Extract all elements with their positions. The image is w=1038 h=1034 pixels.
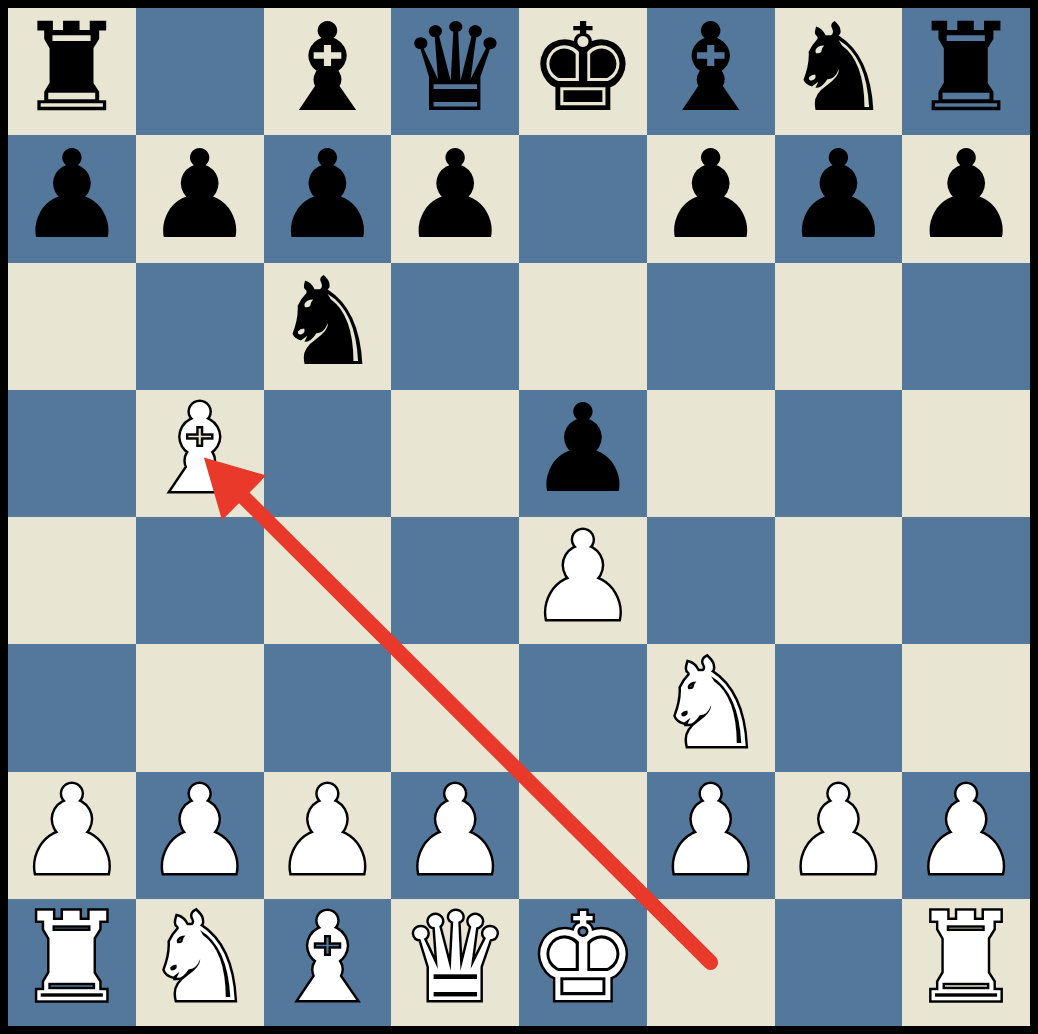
black-knight[interactable]: ♞ bbox=[784, 8, 893, 129]
square-h3[interactable] bbox=[902, 644, 1030, 771]
square-c3[interactable] bbox=[264, 644, 392, 771]
square-f3[interactable]: ♞ bbox=[647, 644, 775, 771]
square-f7[interactable]: ♟ bbox=[647, 135, 775, 262]
square-g3[interactable] bbox=[775, 644, 903, 771]
square-a7[interactable]: ♟ bbox=[8, 135, 136, 262]
black-pawn[interactable]: ♟ bbox=[656, 135, 765, 256]
black-pawn[interactable]: ♟ bbox=[400, 135, 509, 256]
square-h6[interactable] bbox=[902, 263, 1030, 390]
square-g5[interactable] bbox=[775, 390, 903, 517]
board-frame: ♜♝♛♚♝♞♜♟♟♟♟♟♟♟♞♝♟♟♞♟♟♟♟♟♟♟♜♞♝♛♚♜ bbox=[0, 0, 1038, 1034]
square-d5[interactable] bbox=[391, 390, 519, 517]
white-knight[interactable]: ♞ bbox=[145, 899, 254, 1020]
black-pawn[interactable]: ♟ bbox=[528, 390, 637, 511]
square-b3[interactable] bbox=[136, 644, 264, 771]
square-d6[interactable] bbox=[391, 263, 519, 390]
square-g2[interactable]: ♟ bbox=[775, 772, 903, 899]
square-c1[interactable]: ♝ bbox=[264, 899, 392, 1026]
white-pawn[interactable]: ♟ bbox=[400, 772, 509, 893]
white-pawn[interactable]: ♟ bbox=[911, 772, 1020, 893]
square-g6[interactable] bbox=[775, 263, 903, 390]
black-rook[interactable]: ♜ bbox=[17, 8, 126, 129]
square-e3[interactable] bbox=[519, 644, 647, 771]
white-rook[interactable]: ♜ bbox=[17, 899, 126, 1020]
square-f1[interactable] bbox=[647, 899, 775, 1026]
black-bishop[interactable]: ♝ bbox=[656, 8, 765, 129]
square-a1[interactable]: ♜ bbox=[8, 899, 136, 1026]
black-pawn[interactable]: ♟ bbox=[145, 135, 254, 256]
square-c8[interactable]: ♝ bbox=[264, 8, 392, 135]
square-h4[interactable] bbox=[902, 517, 1030, 644]
black-king[interactable]: ♚ bbox=[528, 8, 637, 129]
square-d1[interactable]: ♛ bbox=[391, 899, 519, 1026]
square-a8[interactable]: ♜ bbox=[8, 8, 136, 135]
square-b1[interactable]: ♞ bbox=[136, 899, 264, 1026]
square-c7[interactable]: ♟ bbox=[264, 135, 392, 262]
white-knight[interactable]: ♞ bbox=[656, 644, 765, 765]
square-e4[interactable]: ♟ bbox=[519, 517, 647, 644]
square-e5[interactable]: ♟ bbox=[519, 390, 647, 517]
white-pawn[interactable]: ♟ bbox=[17, 772, 126, 893]
square-f4[interactable] bbox=[647, 517, 775, 644]
black-queen[interactable]: ♛ bbox=[400, 8, 509, 129]
square-f5[interactable] bbox=[647, 390, 775, 517]
white-pawn[interactable]: ♟ bbox=[273, 772, 382, 893]
square-d8[interactable]: ♛ bbox=[391, 8, 519, 135]
black-rook[interactable]: ♜ bbox=[911, 8, 1020, 129]
square-e6[interactable] bbox=[519, 263, 647, 390]
square-c2[interactable]: ♟ bbox=[264, 772, 392, 899]
square-g1[interactable] bbox=[775, 899, 903, 1026]
square-g8[interactable]: ♞ bbox=[775, 8, 903, 135]
square-a6[interactable] bbox=[8, 263, 136, 390]
square-e7[interactable] bbox=[519, 135, 647, 262]
square-b4[interactable] bbox=[136, 517, 264, 644]
square-d4[interactable] bbox=[391, 517, 519, 644]
black-pawn[interactable]: ♟ bbox=[911, 135, 1020, 256]
square-d7[interactable]: ♟ bbox=[391, 135, 519, 262]
white-pawn[interactable]: ♟ bbox=[784, 772, 893, 893]
white-rook[interactable]: ♜ bbox=[911, 899, 1020, 1020]
square-h1[interactable]: ♜ bbox=[902, 899, 1030, 1026]
white-pawn[interactable]: ♟ bbox=[528, 517, 637, 638]
square-b5[interactable]: ♝ bbox=[136, 390, 264, 517]
square-c4[interactable] bbox=[264, 517, 392, 644]
chess-board: ♜♝♛♚♝♞♜♟♟♟♟♟♟♟♞♝♟♟♞♟♟♟♟♟♟♟♜♞♝♛♚♜ bbox=[8, 8, 1030, 1026]
square-c6[interactable]: ♞ bbox=[264, 263, 392, 390]
square-a3[interactable] bbox=[8, 644, 136, 771]
square-g7[interactable]: ♟ bbox=[775, 135, 903, 262]
square-h7[interactable]: ♟ bbox=[902, 135, 1030, 262]
square-e1[interactable]: ♚ bbox=[519, 899, 647, 1026]
black-bishop[interactable]: ♝ bbox=[273, 8, 382, 129]
square-a4[interactable] bbox=[8, 517, 136, 644]
square-b2[interactable]: ♟ bbox=[136, 772, 264, 899]
square-a2[interactable]: ♟ bbox=[8, 772, 136, 899]
square-c5[interactable] bbox=[264, 390, 392, 517]
square-g4[interactable] bbox=[775, 517, 903, 644]
square-d2[interactable]: ♟ bbox=[391, 772, 519, 899]
square-f8[interactable]: ♝ bbox=[647, 8, 775, 135]
black-pawn[interactable]: ♟ bbox=[784, 135, 893, 256]
white-pawn[interactable]: ♟ bbox=[656, 772, 765, 893]
square-d3[interactable] bbox=[391, 644, 519, 771]
square-e2[interactable] bbox=[519, 772, 647, 899]
square-h2[interactable]: ♟ bbox=[902, 772, 1030, 899]
white-bishop[interactable]: ♝ bbox=[145, 390, 254, 511]
square-b7[interactable]: ♟ bbox=[136, 135, 264, 262]
square-f2[interactable]: ♟ bbox=[647, 772, 775, 899]
square-h5[interactable] bbox=[902, 390, 1030, 517]
white-bishop[interactable]: ♝ bbox=[273, 899, 382, 1020]
black-pawn[interactable]: ♟ bbox=[273, 135, 382, 256]
square-h8[interactable]: ♜ bbox=[902, 8, 1030, 135]
square-b8[interactable] bbox=[136, 8, 264, 135]
black-knight[interactable]: ♞ bbox=[273, 263, 382, 384]
square-b6[interactable] bbox=[136, 263, 264, 390]
white-queen[interactable]: ♛ bbox=[400, 899, 509, 1020]
white-pawn[interactable]: ♟ bbox=[145, 772, 254, 893]
square-a5[interactable] bbox=[8, 390, 136, 517]
white-king[interactable]: ♚ bbox=[528, 899, 637, 1020]
square-e8[interactable]: ♚ bbox=[519, 8, 647, 135]
black-pawn[interactable]: ♟ bbox=[17, 135, 126, 256]
square-f6[interactable] bbox=[647, 263, 775, 390]
